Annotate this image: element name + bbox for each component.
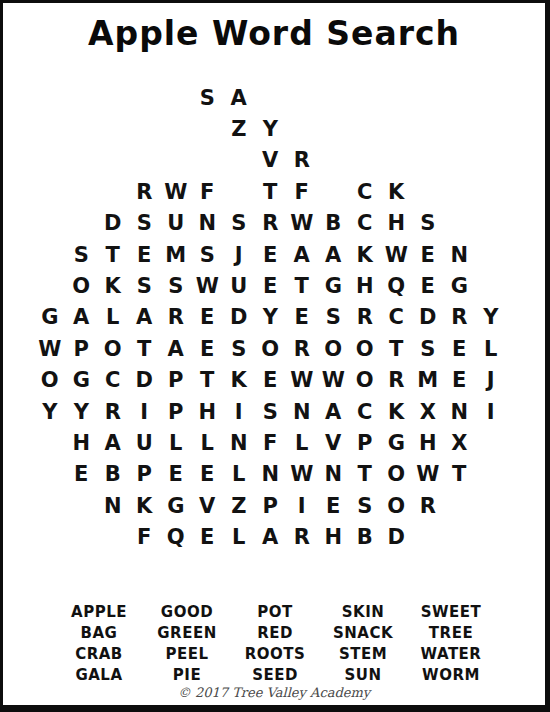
grid-cell: J (475, 365, 507, 396)
grid-cell: R (255, 208, 287, 239)
grid-cell (286, 113, 318, 144)
grid-cell: Q (160, 521, 192, 552)
grid-cell: N (223, 427, 255, 458)
grid-cell: I (286, 490, 318, 521)
grid-cell: B (318, 208, 350, 239)
grid-cell: O (381, 459, 413, 490)
grid-cell: T (192, 365, 224, 396)
grid-cell (34, 82, 66, 113)
word-search-grid: SAZYVRRWFTFCKDSUNSRWBCHSSTEMSJEAAKWENOKS… (34, 82, 507, 553)
grid-cell: A (255, 521, 287, 552)
grid-cell: C (97, 365, 129, 396)
grid-cell: O (318, 333, 350, 364)
grid-cell: A (286, 239, 318, 270)
grid-cell: V (192, 490, 224, 521)
grid-cell: F (192, 176, 224, 207)
grid-cell (412, 145, 444, 176)
grid-cell: S (318, 302, 350, 333)
grid-cell: Y (34, 396, 66, 427)
grid-cell: I (223, 396, 255, 427)
word-peel: PEEL (143, 644, 231, 665)
grid-cell: C (349, 396, 381, 427)
grid-cell (412, 113, 444, 144)
word-tree: TREE (407, 623, 495, 644)
grid-cell: U (129, 427, 161, 458)
grid-cell: A (97, 427, 129, 458)
grid-cell: R (129, 176, 161, 207)
grid-cell: S (412, 333, 444, 364)
grid-cell (66, 521, 98, 552)
grid-cell: Y (255, 113, 287, 144)
grid-cell (318, 145, 350, 176)
grid-cell: E (160, 459, 192, 490)
grid-cell (160, 113, 192, 144)
grid-cell (475, 459, 507, 490)
grid-cell (475, 239, 507, 270)
grid-cell (129, 82, 161, 113)
grid-cell: H (381, 208, 413, 239)
grid-cell: E (192, 333, 224, 364)
grid-cell: V (255, 145, 287, 176)
grid-cell: S (223, 208, 255, 239)
grid-cell (223, 145, 255, 176)
grid-cell: H (412, 427, 444, 458)
grid-cell: X (412, 396, 444, 427)
grid-cell: M (160, 239, 192, 270)
word-list-column-4: SKINSNACKSTEMSUN (319, 602, 407, 686)
grid-cell (381, 113, 413, 144)
grid-cell: H (192, 396, 224, 427)
grid-cell: W (286, 208, 318, 239)
grid-cell: I (129, 396, 161, 427)
word-gala: GALA (55, 665, 143, 686)
grid-cell: A (318, 396, 350, 427)
grid-cell: E (412, 239, 444, 270)
worksheet-page: Apple Word Search SAZYVRRWFTFCKDSUNSRWBC… (0, 0, 550, 712)
grid-cell: W (381, 239, 413, 270)
grid-cell: A (129, 302, 161, 333)
grid-cell (475, 521, 507, 552)
grid-cell: B (349, 521, 381, 552)
grid-cell: D (97, 208, 129, 239)
grid-cell: N (286, 396, 318, 427)
grid-cell: L (160, 427, 192, 458)
grid-cell (192, 113, 224, 144)
grid-cell (444, 82, 476, 113)
grid-cell (223, 176, 255, 207)
word-sweet: SWEET (407, 602, 495, 623)
grid-cell (444, 113, 476, 144)
grid-cell: H (318, 521, 350, 552)
word-water: WATER (407, 644, 495, 665)
grid-cell: K (381, 176, 413, 207)
grid-cell (412, 82, 444, 113)
grid-cell: N (97, 490, 129, 521)
grid-cell (34, 521, 66, 552)
grid-cell: W (412, 459, 444, 490)
grid-cell: H (349, 270, 381, 301)
grid-cell: E (318, 490, 350, 521)
grid-cell: R (412, 490, 444, 521)
word-snack: SNACK (319, 623, 407, 644)
grid-cell: R (286, 145, 318, 176)
grid-cell: D (412, 302, 444, 333)
grid-cell: W (34, 333, 66, 364)
grid-cell (444, 490, 476, 521)
grid-cell: P (66, 333, 98, 364)
grid-cell: O (349, 333, 381, 364)
grid-cell: S (160, 270, 192, 301)
grid-cell: L (223, 521, 255, 552)
grid-cell: O (97, 333, 129, 364)
grid-cell: R (97, 396, 129, 427)
grid-cell: D (381, 521, 413, 552)
grid-cell: E (255, 270, 287, 301)
grid-cell (475, 270, 507, 301)
grid-cell: H (66, 427, 98, 458)
grid-cell (66, 145, 98, 176)
grid-cell (475, 208, 507, 239)
grid-cell (444, 176, 476, 207)
grid-cell (412, 521, 444, 552)
word-crab: CRAB (55, 644, 143, 665)
grid-cell: C (381, 302, 413, 333)
grid-cell: G (66, 365, 98, 396)
grid-cell: W (286, 459, 318, 490)
grid-cell (34, 145, 66, 176)
grid-cell: N (255, 459, 287, 490)
grid-cell: N (444, 239, 476, 270)
grid-cell: L (286, 427, 318, 458)
copyright-footer: © 2017 Tree Valley Academy (3, 685, 545, 700)
grid-cell: L (97, 302, 129, 333)
grid-cell (66, 176, 98, 207)
word-bag: BAG (55, 623, 143, 644)
grid-cell: K (381, 396, 413, 427)
grid-cell: P (160, 365, 192, 396)
grid-cell: R (381, 365, 413, 396)
grid-cell (34, 270, 66, 301)
grid-cell (444, 145, 476, 176)
grid-cell: W (318, 365, 350, 396)
grid-cell: N (318, 459, 350, 490)
grid-cell: O (66, 270, 98, 301)
grid-cell: K (129, 490, 161, 521)
grid-cell: T (129, 333, 161, 364)
grid-cell: G (160, 490, 192, 521)
grid-cell (160, 82, 192, 113)
grid-cell: V (318, 427, 350, 458)
word-sun: SUN (319, 665, 407, 686)
grid-cell: E (192, 521, 224, 552)
grid-cell: N (192, 208, 224, 239)
grid-cell (286, 82, 318, 113)
grid-cell: Y (66, 396, 98, 427)
grid-cell: G (318, 270, 350, 301)
grid-cell: S (255, 396, 287, 427)
grid-cell: M (412, 365, 444, 396)
word-roots: ROOTS (231, 644, 319, 665)
grid-cell: S (129, 208, 161, 239)
grid-cell: R (286, 521, 318, 552)
grid-cell: T (255, 176, 287, 207)
grid-cell: W (192, 270, 224, 301)
grid-cell (349, 145, 381, 176)
grid-cell: P (160, 396, 192, 427)
word-good: GOOD (143, 602, 231, 623)
grid-cell (97, 176, 129, 207)
grid-cell: A (160, 333, 192, 364)
grid-cell (97, 113, 129, 144)
grid-cell: L (475, 333, 507, 364)
grid-cell: O (349, 365, 381, 396)
grid-cell: R (444, 302, 476, 333)
grid-cell (129, 113, 161, 144)
grid-cell: N (444, 396, 476, 427)
word-worm: WORM (407, 665, 495, 686)
grid-cell (381, 145, 413, 176)
word-pie: PIE (143, 665, 231, 686)
grid-cell (66, 113, 98, 144)
grid-cell (97, 521, 129, 552)
grid-cell: W (286, 365, 318, 396)
grid-cell: Y (255, 302, 287, 333)
grid-cell: E (444, 365, 476, 396)
grid-cell (34, 239, 66, 270)
grid-cell: Z (223, 490, 255, 521)
word-pot: POT (231, 602, 319, 623)
word-list-column-1: APPLEBAGCRABGALA (55, 602, 143, 686)
grid-cell: E (255, 239, 287, 270)
grid-cell (349, 82, 381, 113)
grid-cell (34, 490, 66, 521)
grid-cell: D (129, 365, 161, 396)
grid-cell (475, 427, 507, 458)
grid-cell: T (286, 270, 318, 301)
grid-cell (475, 176, 507, 207)
grid-cell (475, 490, 507, 521)
grid-cell: E (129, 239, 161, 270)
grid-cell (318, 82, 350, 113)
grid-cell: C (349, 176, 381, 207)
grid-cell: S (349, 490, 381, 521)
grid-cell: O (381, 490, 413, 521)
grid-cell: E (412, 270, 444, 301)
grid-cell: K (223, 365, 255, 396)
grid-cell: F (129, 521, 161, 552)
grid-cell: O (34, 365, 66, 396)
grid-cell: A (223, 82, 255, 113)
grid-cell: F (255, 427, 287, 458)
word-apple: APPLE (55, 602, 143, 623)
word-list: APPLEBAGCRABGALAGOODGREENPEELPIEPOTREDRO… (55, 602, 495, 686)
word-list-column-5: SWEETTREEWATERWORM (407, 602, 495, 686)
grid-cell: L (223, 459, 255, 490)
grid-cell: E (286, 302, 318, 333)
grid-cell: A (66, 302, 98, 333)
grid-cell: Q (381, 270, 413, 301)
page-title: Apple Word Search (3, 14, 545, 53)
grid-cell (192, 145, 224, 176)
grid-cell (34, 208, 66, 239)
grid-cell (318, 113, 350, 144)
word-red: RED (231, 623, 319, 644)
grid-cell: K (349, 239, 381, 270)
grid-cell: Y (475, 302, 507, 333)
grid-cell: P (349, 427, 381, 458)
grid-cell: E (255, 365, 287, 396)
grid-cell: T (97, 239, 129, 270)
grid-cell (66, 490, 98, 521)
grid-cell (255, 82, 287, 113)
word-list-column-3: POTREDROOTSSEED (231, 602, 319, 686)
grid-cell (444, 208, 476, 239)
grid-cell (475, 113, 507, 144)
grid-cell: J (223, 239, 255, 270)
grid-cell (381, 82, 413, 113)
grid-cell: R (286, 333, 318, 364)
grid-cell (66, 208, 98, 239)
grid-cell: P (129, 459, 161, 490)
grid-cell: S (192, 82, 224, 113)
grid-cell (349, 113, 381, 144)
word-list-column-2: GOODGREENPEELPIE (143, 602, 231, 686)
grid-cell (129, 145, 161, 176)
grid-cell (66, 82, 98, 113)
grid-cell (34, 113, 66, 144)
grid-cell (97, 145, 129, 176)
grid-cell: D (223, 302, 255, 333)
grid-cell: E (192, 302, 224, 333)
grid-cell: G (34, 302, 66, 333)
grid-cell: A (318, 239, 350, 270)
grid-cell (475, 145, 507, 176)
grid-cell: Z (223, 113, 255, 144)
grid-cell: S (223, 333, 255, 364)
grid-cell: G (381, 427, 413, 458)
grid-cell (97, 82, 129, 113)
grid-cell: B (97, 459, 129, 490)
grid-cell: F (286, 176, 318, 207)
grid-cell: E (444, 333, 476, 364)
grid-cell: P (255, 490, 287, 521)
grid-cell: W (160, 176, 192, 207)
grid-cell: O (255, 333, 287, 364)
grid-cell: U (160, 208, 192, 239)
word-stem: STEM (319, 644, 407, 665)
grid-cell: I (475, 396, 507, 427)
grid-cell: S (412, 208, 444, 239)
grid-cell: G (444, 270, 476, 301)
grid-cell: S (192, 239, 224, 270)
word-green: GREEN (143, 623, 231, 644)
grid-cell (160, 145, 192, 176)
grid-cell: C (349, 208, 381, 239)
grid-cell: T (349, 459, 381, 490)
grid-cell (475, 82, 507, 113)
grid-cell: T (444, 459, 476, 490)
word-skin: SKIN (319, 602, 407, 623)
grid-cell: R (160, 302, 192, 333)
grid-cell (34, 176, 66, 207)
grid-cell: S (66, 239, 98, 270)
word-seed: SEED (231, 665, 319, 686)
grid-cell: S (129, 270, 161, 301)
grid-cell: L (192, 427, 224, 458)
grid-cell (318, 176, 350, 207)
grid-cell (34, 427, 66, 458)
grid-cell (444, 521, 476, 552)
grid-cell: X (444, 427, 476, 458)
grid-cell: K (97, 270, 129, 301)
grid-cell: T (381, 333, 413, 364)
grid-cell (412, 176, 444, 207)
grid-cell: E (66, 459, 98, 490)
grid-cell: E (192, 459, 224, 490)
grid-cell: R (349, 302, 381, 333)
grid-cell: U (223, 270, 255, 301)
grid-cell (34, 459, 66, 490)
